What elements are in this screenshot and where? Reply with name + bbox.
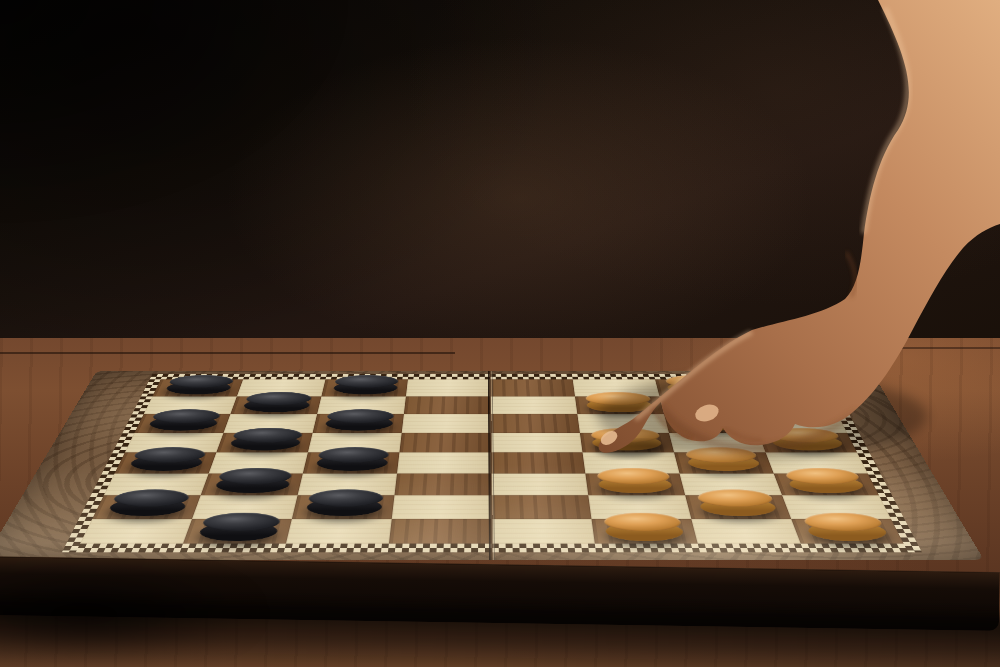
pointing-hand	[0, 0, 1000, 667]
scene	[0, 0, 1000, 667]
wrist-crease	[846, 252, 856, 297]
